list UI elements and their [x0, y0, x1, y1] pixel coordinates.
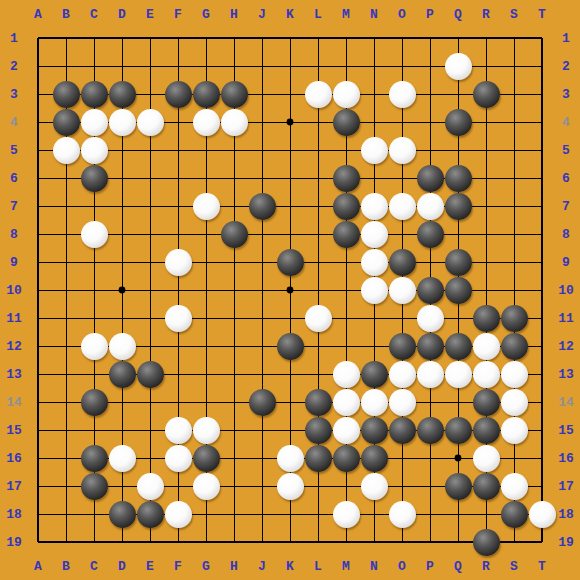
intersection-S11[interactable]	[500, 304, 528, 332]
intersection-K10[interactable]	[276, 276, 304, 304]
white-stone-P7[interactable]	[417, 193, 444, 220]
black-stone-S11[interactable]	[501, 305, 528, 332]
intersection-M6[interactable]	[332, 164, 360, 192]
intersection-K13[interactable]	[276, 360, 304, 388]
intersection-Q8[interactable]	[444, 220, 472, 248]
intersection-A3[interactable]	[24, 80, 52, 108]
intersection-D10[interactable]	[108, 276, 136, 304]
white-stone-N14[interactable]	[361, 389, 388, 416]
intersection-Q6[interactable]	[444, 164, 472, 192]
intersection-L18[interactable]	[304, 500, 332, 528]
white-stone-C5[interactable]	[81, 137, 108, 164]
intersection-N4[interactable]	[360, 108, 388, 136]
white-stone-C12[interactable]	[81, 333, 108, 360]
white-stone-N10[interactable]	[361, 277, 388, 304]
intersection-P10[interactable]	[416, 276, 444, 304]
intersection-T10[interactable]	[528, 276, 556, 304]
intersection-F18[interactable]	[164, 500, 192, 528]
intersection-O5[interactable]	[388, 136, 416, 164]
intersection-H15[interactable]	[220, 416, 248, 444]
white-stone-M3[interactable]	[333, 81, 360, 108]
intersection-Q18[interactable]	[444, 500, 472, 528]
intersection-G19[interactable]	[192, 528, 220, 556]
intersection-T4[interactable]	[528, 108, 556, 136]
intersection-N15[interactable]	[360, 416, 388, 444]
black-stone-Q9[interactable]	[445, 249, 472, 276]
intersection-R6[interactable]	[472, 164, 500, 192]
white-stone-N9[interactable]	[361, 249, 388, 276]
intersection-F8[interactable]	[164, 220, 192, 248]
white-stone-S17[interactable]	[501, 473, 528, 500]
intersection-K9[interactable]	[276, 248, 304, 276]
black-stone-B3[interactable]	[53, 81, 80, 108]
intersection-L5[interactable]	[304, 136, 332, 164]
intersection-P18[interactable]	[416, 500, 444, 528]
black-stone-S12[interactable]	[501, 333, 528, 360]
intersection-L14[interactable]	[304, 388, 332, 416]
intersection-Q15[interactable]	[444, 416, 472, 444]
intersection-F1[interactable]	[164, 24, 192, 52]
intersection-S15[interactable]	[500, 416, 528, 444]
intersection-S6[interactable]	[500, 164, 528, 192]
intersection-F9[interactable]	[164, 248, 192, 276]
intersection-H1[interactable]	[220, 24, 248, 52]
white-stone-F15[interactable]	[165, 417, 192, 444]
intersection-E7[interactable]	[136, 192, 164, 220]
white-stone-F18[interactable]	[165, 501, 192, 528]
intersection-G12[interactable]	[192, 332, 220, 360]
intersection-A15[interactable]	[24, 416, 52, 444]
black-stone-Q12[interactable]	[445, 333, 472, 360]
intersection-O12[interactable]	[388, 332, 416, 360]
intersection-F3[interactable]	[164, 80, 192, 108]
white-stone-D12[interactable]	[109, 333, 136, 360]
intersection-J13[interactable]	[248, 360, 276, 388]
intersection-O8[interactable]	[388, 220, 416, 248]
intersection-M5[interactable]	[332, 136, 360, 164]
intersection-R3[interactable]	[472, 80, 500, 108]
intersection-R8[interactable]	[472, 220, 500, 248]
intersection-Q3[interactable]	[444, 80, 472, 108]
intersection-N1[interactable]	[360, 24, 388, 52]
intersection-L19[interactable]	[304, 528, 332, 556]
intersection-Q11[interactable]	[444, 304, 472, 332]
intersection-T18[interactable]	[528, 500, 556, 528]
intersection-O17[interactable]	[388, 472, 416, 500]
white-stone-Q2[interactable]	[445, 53, 472, 80]
intersection-Q7[interactable]	[444, 192, 472, 220]
white-stone-C4[interactable]	[81, 109, 108, 136]
intersection-E13[interactable]	[136, 360, 164, 388]
intersection-H16[interactable]	[220, 444, 248, 472]
intersection-H13[interactable]	[220, 360, 248, 388]
intersection-S8[interactable]	[500, 220, 528, 248]
intersection-G4[interactable]	[192, 108, 220, 136]
white-stone-M15[interactable]	[333, 417, 360, 444]
intersection-K4[interactable]	[276, 108, 304, 136]
intersection-K19[interactable]	[276, 528, 304, 556]
intersection-T15[interactable]	[528, 416, 556, 444]
intersection-E18[interactable]	[136, 500, 164, 528]
intersection-C7[interactable]	[80, 192, 108, 220]
intersection-C10[interactable]	[80, 276, 108, 304]
black-stone-J7[interactable]	[249, 193, 276, 220]
intersection-O7[interactable]	[388, 192, 416, 220]
intersection-T5[interactable]	[528, 136, 556, 164]
white-stone-O18[interactable]	[389, 501, 416, 528]
intersection-J14[interactable]	[248, 388, 276, 416]
intersection-N14[interactable]	[360, 388, 388, 416]
intersection-K16[interactable]	[276, 444, 304, 472]
intersection-N3[interactable]	[360, 80, 388, 108]
intersection-J15[interactable]	[248, 416, 276, 444]
white-stone-O10[interactable]	[389, 277, 416, 304]
intersection-P16[interactable]	[416, 444, 444, 472]
white-stone-E4[interactable]	[137, 109, 164, 136]
white-stone-T18[interactable]	[529, 501, 556, 528]
intersection-L7[interactable]	[304, 192, 332, 220]
intersection-J9[interactable]	[248, 248, 276, 276]
intersection-O16[interactable]	[388, 444, 416, 472]
intersection-E5[interactable]	[136, 136, 164, 164]
black-stone-Q4[interactable]	[445, 109, 472, 136]
black-stone-C14[interactable]	[81, 389, 108, 416]
intersection-E10[interactable]	[136, 276, 164, 304]
intersection-C18[interactable]	[80, 500, 108, 528]
black-stone-Q7[interactable]	[445, 193, 472, 220]
intersection-A9[interactable]	[24, 248, 52, 276]
intersection-B7[interactable]	[52, 192, 80, 220]
intersection-S1[interactable]	[500, 24, 528, 52]
intersection-M16[interactable]	[332, 444, 360, 472]
intersection-H18[interactable]	[220, 500, 248, 528]
white-stone-K17[interactable]	[277, 473, 304, 500]
intersection-M18[interactable]	[332, 500, 360, 528]
intersection-K7[interactable]	[276, 192, 304, 220]
black-stone-J14[interactable]	[249, 389, 276, 416]
intersection-H19[interactable]	[220, 528, 248, 556]
intersection-B18[interactable]	[52, 500, 80, 528]
intersection-C17[interactable]	[80, 472, 108, 500]
intersection-M10[interactable]	[332, 276, 360, 304]
intersection-L4[interactable]	[304, 108, 332, 136]
intersection-G9[interactable]	[192, 248, 220, 276]
intersection-C8[interactable]	[80, 220, 108, 248]
intersection-F7[interactable]	[164, 192, 192, 220]
intersection-F12[interactable]	[164, 332, 192, 360]
white-stone-G17[interactable]	[193, 473, 220, 500]
white-stone-D16[interactable]	[109, 445, 136, 472]
intersection-E1[interactable]	[136, 24, 164, 52]
intersection-F16[interactable]	[164, 444, 192, 472]
intersection-A18[interactable]	[24, 500, 52, 528]
intersection-O3[interactable]	[388, 80, 416, 108]
black-stone-O15[interactable]	[389, 417, 416, 444]
intersection-S7[interactable]	[500, 192, 528, 220]
intersection-Q16[interactable]	[444, 444, 472, 472]
intersection-B4[interactable]	[52, 108, 80, 136]
intersection-G16[interactable]	[192, 444, 220, 472]
intersection-P9[interactable]	[416, 248, 444, 276]
intersection-D18[interactable]	[108, 500, 136, 528]
intersection-K2[interactable]	[276, 52, 304, 80]
black-stone-D13[interactable]	[109, 361, 136, 388]
intersection-T16[interactable]	[528, 444, 556, 472]
intersection-L6[interactable]	[304, 164, 332, 192]
intersection-G5[interactable]	[192, 136, 220, 164]
intersection-T8[interactable]	[528, 220, 556, 248]
intersection-Q17[interactable]	[444, 472, 472, 500]
white-stone-B5[interactable]	[53, 137, 80, 164]
intersection-C4[interactable]	[80, 108, 108, 136]
intersection-L16[interactable]	[304, 444, 332, 472]
intersection-S17[interactable]	[500, 472, 528, 500]
white-stone-F11[interactable]	[165, 305, 192, 332]
intersection-G7[interactable]	[192, 192, 220, 220]
white-stone-S13[interactable]	[501, 361, 528, 388]
intersection-N19[interactable]	[360, 528, 388, 556]
intersection-R7[interactable]	[472, 192, 500, 220]
intersection-N7[interactable]	[360, 192, 388, 220]
black-stone-M16[interactable]	[333, 445, 360, 472]
white-stone-S14[interactable]	[501, 389, 528, 416]
intersection-R19[interactable]	[472, 528, 500, 556]
intersection-M14[interactable]	[332, 388, 360, 416]
white-stone-P13[interactable]	[417, 361, 444, 388]
intersection-A16[interactable]	[24, 444, 52, 472]
black-stone-H3[interactable]	[221, 81, 248, 108]
intersection-Q2[interactable]	[444, 52, 472, 80]
intersection-P5[interactable]	[416, 136, 444, 164]
intersection-B14[interactable]	[52, 388, 80, 416]
white-stone-L11[interactable]	[305, 305, 332, 332]
intersection-B1[interactable]	[52, 24, 80, 52]
intersection-K11[interactable]	[276, 304, 304, 332]
intersection-C16[interactable]	[80, 444, 108, 472]
intersection-N6[interactable]	[360, 164, 388, 192]
intersection-L1[interactable]	[304, 24, 332, 52]
intersection-D3[interactable]	[108, 80, 136, 108]
intersection-O18[interactable]	[388, 500, 416, 528]
intersection-C9[interactable]	[80, 248, 108, 276]
intersection-K6[interactable]	[276, 164, 304, 192]
intersection-M7[interactable]	[332, 192, 360, 220]
intersection-G1[interactable]	[192, 24, 220, 52]
intersection-H2[interactable]	[220, 52, 248, 80]
intersection-Q5[interactable]	[444, 136, 472, 164]
intersection-A19[interactable]	[24, 528, 52, 556]
intersection-A12[interactable]	[24, 332, 52, 360]
intersection-S10[interactable]	[500, 276, 528, 304]
black-stone-K9[interactable]	[277, 249, 304, 276]
intersection-H17[interactable]	[220, 472, 248, 500]
intersection-D8[interactable]	[108, 220, 136, 248]
intersection-P14[interactable]	[416, 388, 444, 416]
white-stone-M14[interactable]	[333, 389, 360, 416]
intersection-B3[interactable]	[52, 80, 80, 108]
intersection-A14[interactable]	[24, 388, 52, 416]
black-stone-F3[interactable]	[165, 81, 192, 108]
black-stone-N15[interactable]	[361, 417, 388, 444]
intersection-E19[interactable]	[136, 528, 164, 556]
intersection-B19[interactable]	[52, 528, 80, 556]
intersection-A11[interactable]	[24, 304, 52, 332]
black-stone-G16[interactable]	[193, 445, 220, 472]
intersection-S2[interactable]	[500, 52, 528, 80]
black-stone-L15[interactable]	[305, 417, 332, 444]
intersection-F2[interactable]	[164, 52, 192, 80]
intersection-P15[interactable]	[416, 416, 444, 444]
intersection-B8[interactable]	[52, 220, 80, 248]
intersection-P19[interactable]	[416, 528, 444, 556]
intersection-H12[interactable]	[220, 332, 248, 360]
intersection-O2[interactable]	[388, 52, 416, 80]
intersection-L17[interactable]	[304, 472, 332, 500]
intersection-R12[interactable]	[472, 332, 500, 360]
white-stone-G7[interactable]	[193, 193, 220, 220]
intersection-O14[interactable]	[388, 388, 416, 416]
black-stone-G3[interactable]	[193, 81, 220, 108]
intersection-E17[interactable]	[136, 472, 164, 500]
white-stone-N17[interactable]	[361, 473, 388, 500]
intersection-M1[interactable]	[332, 24, 360, 52]
intersection-B12[interactable]	[52, 332, 80, 360]
intersection-O9[interactable]	[388, 248, 416, 276]
intersection-C15[interactable]	[80, 416, 108, 444]
white-stone-D4[interactable]	[109, 109, 136, 136]
intersection-B11[interactable]	[52, 304, 80, 332]
intersection-D13[interactable]	[108, 360, 136, 388]
white-stone-O13[interactable]	[389, 361, 416, 388]
intersection-R4[interactable]	[472, 108, 500, 136]
white-stone-M18[interactable]	[333, 501, 360, 528]
intersection-M3[interactable]	[332, 80, 360, 108]
black-stone-H8[interactable]	[221, 221, 248, 248]
intersection-D12[interactable]	[108, 332, 136, 360]
black-stone-Q17[interactable]	[445, 473, 472, 500]
black-stone-L14[interactable]	[305, 389, 332, 416]
intersection-N16[interactable]	[360, 444, 388, 472]
intersection-S14[interactable]	[500, 388, 528, 416]
white-stone-S15[interactable]	[501, 417, 528, 444]
intersection-M8[interactable]	[332, 220, 360, 248]
intersection-T3[interactable]	[528, 80, 556, 108]
intersection-O4[interactable]	[388, 108, 416, 136]
black-stone-Q15[interactable]	[445, 417, 472, 444]
intersection-G13[interactable]	[192, 360, 220, 388]
black-stone-R3[interactable]	[473, 81, 500, 108]
intersection-E9[interactable]	[136, 248, 164, 276]
intersection-L13[interactable]	[304, 360, 332, 388]
intersection-F11[interactable]	[164, 304, 192, 332]
intersection-N13[interactable]	[360, 360, 388, 388]
intersection-F14[interactable]	[164, 388, 192, 416]
intersection-F5[interactable]	[164, 136, 192, 164]
white-stone-O3[interactable]	[389, 81, 416, 108]
intersection-R16[interactable]	[472, 444, 500, 472]
intersection-D2[interactable]	[108, 52, 136, 80]
intersection-C13[interactable]	[80, 360, 108, 388]
intersection-E6[interactable]	[136, 164, 164, 192]
intersection-P3[interactable]	[416, 80, 444, 108]
intersection-A10[interactable]	[24, 276, 52, 304]
intersection-M4[interactable]	[332, 108, 360, 136]
black-stone-R14[interactable]	[473, 389, 500, 416]
intersection-H14[interactable]	[220, 388, 248, 416]
intersection-E3[interactable]	[136, 80, 164, 108]
white-stone-H4[interactable]	[221, 109, 248, 136]
intersection-B6[interactable]	[52, 164, 80, 192]
intersection-E12[interactable]	[136, 332, 164, 360]
intersection-H10[interactable]	[220, 276, 248, 304]
intersection-O1[interactable]	[388, 24, 416, 52]
intersection-S4[interactable]	[500, 108, 528, 136]
intersection-Q10[interactable]	[444, 276, 472, 304]
intersection-G2[interactable]	[192, 52, 220, 80]
intersection-R15[interactable]	[472, 416, 500, 444]
intersection-M13[interactable]	[332, 360, 360, 388]
intersection-R10[interactable]	[472, 276, 500, 304]
intersection-A5[interactable]	[24, 136, 52, 164]
white-stone-Q13[interactable]	[445, 361, 472, 388]
intersection-B9[interactable]	[52, 248, 80, 276]
intersection-J12[interactable]	[248, 332, 276, 360]
intersection-L11[interactable]	[304, 304, 332, 332]
intersection-Q12[interactable]	[444, 332, 472, 360]
intersection-J4[interactable]	[248, 108, 276, 136]
black-stone-E18[interactable]	[137, 501, 164, 528]
intersection-J2[interactable]	[248, 52, 276, 80]
white-stone-C8[interactable]	[81, 221, 108, 248]
intersection-D16[interactable]	[108, 444, 136, 472]
intersection-R11[interactable]	[472, 304, 500, 332]
intersection-E11[interactable]	[136, 304, 164, 332]
intersection-P8[interactable]	[416, 220, 444, 248]
intersection-T7[interactable]	[528, 192, 556, 220]
white-stone-K16[interactable]	[277, 445, 304, 472]
intersection-S18[interactable]	[500, 500, 528, 528]
black-stone-P10[interactable]	[417, 277, 444, 304]
intersection-F13[interactable]	[164, 360, 192, 388]
intersection-F19[interactable]	[164, 528, 192, 556]
intersection-R1[interactable]	[472, 24, 500, 52]
black-stone-P8[interactable]	[417, 221, 444, 248]
intersection-G3[interactable]	[192, 80, 220, 108]
white-stone-F9[interactable]	[165, 249, 192, 276]
black-stone-R11[interactable]	[473, 305, 500, 332]
intersection-T1[interactable]	[528, 24, 556, 52]
intersection-E4[interactable]	[136, 108, 164, 136]
white-stone-G15[interactable]	[193, 417, 220, 444]
intersection-P4[interactable]	[416, 108, 444, 136]
intersection-E14[interactable]	[136, 388, 164, 416]
intersection-O6[interactable]	[388, 164, 416, 192]
intersection-K14[interactable]	[276, 388, 304, 416]
intersection-N10[interactable]	[360, 276, 388, 304]
intersection-D7[interactable]	[108, 192, 136, 220]
intersection-J7[interactable]	[248, 192, 276, 220]
intersection-N5[interactable]	[360, 136, 388, 164]
intersection-P2[interactable]	[416, 52, 444, 80]
black-stone-C16[interactable]	[81, 445, 108, 472]
black-stone-Q10[interactable]	[445, 277, 472, 304]
intersection-J3[interactable]	[248, 80, 276, 108]
intersection-B5[interactable]	[52, 136, 80, 164]
intersection-P12[interactable]	[416, 332, 444, 360]
intersection-H4[interactable]	[220, 108, 248, 136]
intersection-S5[interactable]	[500, 136, 528, 164]
intersection-J19[interactable]	[248, 528, 276, 556]
